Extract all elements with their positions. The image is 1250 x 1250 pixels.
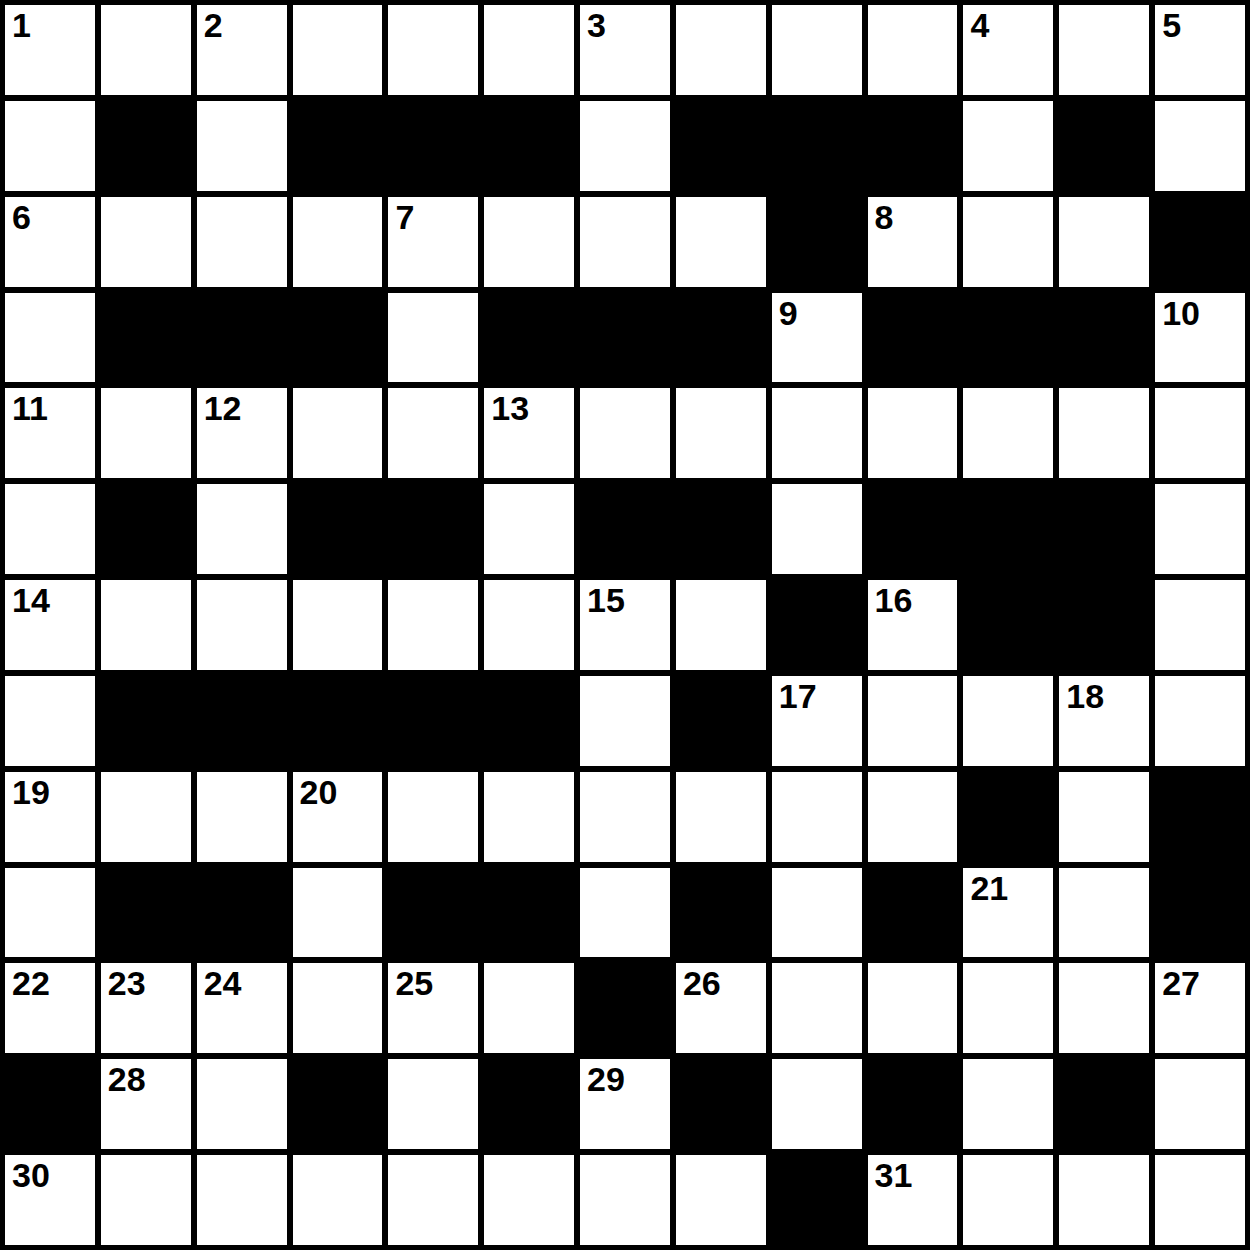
letter-cell-r5c1[interactable]: 11: [5, 388, 95, 478]
block-cell-r8c3: [197, 676, 287, 766]
block-cell-r4c10: [868, 293, 958, 383]
letter-cell-r13c6[interactable]: [484, 1155, 574, 1245]
block-cell-r4c12: [1059, 293, 1149, 383]
clue-number-6: 6: [12, 199, 31, 236]
letter-cell-r1c12[interactable]: [1059, 5, 1149, 95]
letter-cell-r5c6[interactable]: 13: [484, 388, 574, 478]
block-cell-r12c8: [676, 1059, 766, 1149]
letter-cell-r5c7[interactable]: [580, 388, 670, 478]
letter-cell-r9c3[interactable]: [197, 772, 287, 862]
letter-cell-r7c5[interactable]: [388, 580, 478, 670]
letter-cell-r6c9[interactable]: [772, 484, 862, 574]
block-cell-r9c13: [1155, 772, 1245, 862]
block-cell-r2c2: [101, 101, 191, 191]
block-cell-r12c10: [868, 1059, 958, 1149]
letter-cell-r10c9[interactable]: [772, 868, 862, 958]
letter-cell-r9c9[interactable]: [772, 772, 862, 862]
letter-cell-r2c7[interactable]: [580, 101, 670, 191]
letter-cell-r1c7[interactable]: 3: [580, 5, 670, 95]
letter-cell-r1c5[interactable]: [388, 5, 478, 95]
letter-cell-r13c5[interactable]: [388, 1155, 478, 1245]
letter-cell-r7c1[interactable]: 14: [5, 580, 95, 670]
block-cell-r6c10: [868, 484, 958, 574]
clue-number-19: 19: [12, 774, 50, 811]
clue-number-1: 1: [12, 7, 31, 44]
clue-number-9: 9: [779, 295, 798, 332]
block-cell-r10c3: [197, 868, 287, 958]
clue-number-23: 23: [108, 965, 146, 1002]
block-cell-r12c12: [1059, 1059, 1149, 1149]
letter-cell-r4c1[interactable]: [5, 293, 95, 383]
clue-number-18: 18: [1066, 678, 1104, 715]
block-cell-r11c7: [580, 963, 670, 1053]
clue-number-8: 8: [875, 199, 894, 236]
letter-cell-r1c2[interactable]: [101, 5, 191, 95]
letter-cell-r1c1[interactable]: 1: [5, 5, 95, 95]
letter-cell-r3c12[interactable]: [1059, 197, 1149, 287]
clue-number-20: 20: [300, 774, 338, 811]
block-cell-r2c6: [484, 101, 574, 191]
letter-cell-r4c5[interactable]: [388, 293, 478, 383]
clue-number-15: 15: [587, 582, 625, 619]
clue-number-27: 27: [1162, 965, 1200, 1002]
letter-cell-r13c4[interactable]: [293, 1155, 383, 1245]
block-cell-r7c9: [772, 580, 862, 670]
letter-cell-r3c5[interactable]: 7: [388, 197, 478, 287]
letter-cell-r5c11[interactable]: [963, 388, 1053, 478]
letter-cell-r10c7[interactable]: [580, 868, 670, 958]
block-cell-r2c12: [1059, 101, 1149, 191]
letter-cell-r13c13[interactable]: [1155, 1155, 1245, 1245]
letter-cell-r8c7[interactable]: [580, 676, 670, 766]
letter-cell-r12c11[interactable]: [963, 1059, 1053, 1149]
block-cell-r10c2: [101, 868, 191, 958]
block-cell-r10c5: [388, 868, 478, 958]
letter-cell-r3c2[interactable]: [101, 197, 191, 287]
letter-cell-r11c9[interactable]: [772, 963, 862, 1053]
letter-cell-r9c12[interactable]: [1059, 772, 1149, 862]
block-cell-r8c4: [293, 676, 383, 766]
letter-cell-r11c10[interactable]: [868, 963, 958, 1053]
letter-cell-r7c7[interactable]: 15: [580, 580, 670, 670]
letter-cell-r12c3[interactable]: [197, 1059, 287, 1149]
letter-cell-r1c10[interactable]: [868, 5, 958, 95]
letter-cell-r12c5[interactable]: [388, 1059, 478, 1149]
letter-cell-r6c13[interactable]: [1155, 484, 1245, 574]
letter-cell-r7c2[interactable]: [101, 580, 191, 670]
clue-number-25: 25: [395, 965, 433, 1002]
letter-cell-r13c7[interactable]: [580, 1155, 670, 1245]
letter-cell-r1c4[interactable]: [293, 5, 383, 95]
block-cell-r3c13: [1155, 197, 1245, 287]
block-cell-r8c5: [388, 676, 478, 766]
letter-cell-r9c2[interactable]: [101, 772, 191, 862]
letter-cell-r8c9[interactable]: 17: [772, 676, 862, 766]
letter-cell-r7c4[interactable]: [293, 580, 383, 670]
block-cell-r9c11: [963, 772, 1053, 862]
letter-cell-r13c3[interactable]: [197, 1155, 287, 1245]
letter-cell-r2c11[interactable]: [963, 101, 1053, 191]
clue-number-22: 22: [12, 965, 50, 1002]
letter-cell-r1c13[interactable]: 5: [1155, 5, 1245, 95]
letter-cell-r5c2[interactable]: [101, 388, 191, 478]
letter-cell-r7c8[interactable]: [676, 580, 766, 670]
letter-cell-r5c5[interactable]: [388, 388, 478, 478]
letter-cell-r9c7[interactable]: [580, 772, 670, 862]
letter-cell-r1c9[interactable]: [772, 5, 862, 95]
clue-number-14: 14: [12, 582, 50, 619]
block-cell-r6c11: [963, 484, 1053, 574]
letter-cell-r13c1[interactable]: 30: [5, 1155, 95, 1245]
clue-number-24: 24: [204, 965, 242, 1002]
letter-cell-r8c13[interactable]: [1155, 676, 1245, 766]
letter-cell-r3c8[interactable]: [676, 197, 766, 287]
letter-cell-r9c8[interactable]: [676, 772, 766, 862]
letter-cell-r8c10[interactable]: [868, 676, 958, 766]
block-cell-r8c8: [676, 676, 766, 766]
clue-number-7: 7: [395, 199, 414, 236]
block-cell-r7c12: [1059, 580, 1149, 670]
letter-cell-r10c4[interactable]: [293, 868, 383, 958]
letter-cell-r12c13[interactable]: [1155, 1059, 1245, 1149]
clue-number-4: 4: [970, 7, 989, 44]
block-cell-r4c3: [197, 293, 287, 383]
letter-cell-r11c8[interactable]: 26: [676, 963, 766, 1053]
letter-cell-r4c13[interactable]: 10: [1155, 293, 1245, 383]
letter-cell-r12c7[interactable]: 29: [580, 1059, 670, 1149]
block-cell-r2c9: [772, 101, 862, 191]
letter-cell-r7c3[interactable]: [197, 580, 287, 670]
letter-cell-r5c8[interactable]: [676, 388, 766, 478]
letter-cell-r1c3[interactable]: 2: [197, 5, 287, 95]
block-cell-r2c4: [293, 101, 383, 191]
letter-cell-r6c1[interactable]: [5, 484, 95, 574]
block-cell-r12c1: [5, 1059, 95, 1149]
letter-cell-r6c3[interactable]: [197, 484, 287, 574]
clue-number-11: 11: [12, 390, 48, 427]
clue-number-17: 17: [779, 678, 817, 715]
letter-cell-r3c10[interactable]: 8: [868, 197, 958, 287]
block-cell-r10c8: [676, 868, 766, 958]
letter-cell-r9c4[interactable]: 20: [293, 772, 383, 862]
block-cell-r8c6: [484, 676, 574, 766]
letter-cell-r5c10[interactable]: [868, 388, 958, 478]
block-cell-r10c13: [1155, 868, 1245, 958]
block-cell-r6c5: [388, 484, 478, 574]
letter-cell-r8c1[interactable]: [5, 676, 95, 766]
letter-cell-r10c11[interactable]: 21: [963, 868, 1053, 958]
crossword-board: 1234567891011121314151617181920212223242…: [0, 0, 1250, 1250]
clue-number-10: 10: [1162, 295, 1200, 332]
block-cell-r2c8: [676, 101, 766, 191]
letter-cell-r3c3[interactable]: [197, 197, 287, 287]
block-cell-r6c4: [293, 484, 383, 574]
letter-cell-r5c9[interactable]: [772, 388, 862, 478]
block-cell-r13c9: [772, 1155, 862, 1245]
block-cell-r8c2: [101, 676, 191, 766]
letter-cell-r2c1[interactable]: [5, 101, 95, 191]
clue-number-16: 16: [875, 582, 913, 619]
letter-cell-r3c6[interactable]: [484, 197, 574, 287]
block-cell-r6c12: [1059, 484, 1149, 574]
clue-number-3: 3: [587, 7, 606, 44]
letter-cell-r2c13[interactable]: [1155, 101, 1245, 191]
block-cell-r2c5: [388, 101, 478, 191]
clue-number-26: 26: [683, 965, 721, 1002]
letter-cell-r9c6[interactable]: [484, 772, 574, 862]
letter-cell-r7c10[interactable]: 16: [868, 580, 958, 670]
clue-number-13: 13: [491, 390, 529, 427]
letter-cell-r5c12[interactable]: [1059, 388, 1149, 478]
letter-cell-r11c4[interactable]: [293, 963, 383, 1053]
block-cell-r4c4: [293, 293, 383, 383]
letter-cell-r5c3[interactable]: 12: [197, 388, 287, 478]
letter-cell-r2c3[interactable]: [197, 101, 287, 191]
letter-cell-r11c12[interactable]: [1059, 963, 1149, 1053]
block-cell-r4c6: [484, 293, 574, 383]
letter-cell-r11c5[interactable]: 25: [388, 963, 478, 1053]
letter-cell-r11c6[interactable]: [484, 963, 574, 1053]
block-cell-r12c4: [293, 1059, 383, 1149]
clue-number-31: 31: [875, 1157, 913, 1194]
letter-cell-r9c10[interactable]: [868, 772, 958, 862]
letter-cell-r12c9[interactable]: [772, 1059, 862, 1149]
letter-cell-r11c13[interactable]: 27: [1155, 963, 1245, 1053]
letter-cell-r1c6[interactable]: [484, 5, 574, 95]
block-cell-r4c2: [101, 293, 191, 383]
letter-cell-r6c6[interactable]: [484, 484, 574, 574]
letter-cell-r9c1[interactable]: 19: [5, 772, 95, 862]
letter-cell-r3c11[interactable]: [963, 197, 1053, 287]
letter-cell-r4c9[interactable]: 9: [772, 293, 862, 383]
letter-cell-r11c11[interactable]: [963, 963, 1053, 1053]
letter-cell-r5c13[interactable]: [1155, 388, 1245, 478]
letter-cell-r13c11[interactable]: [963, 1155, 1053, 1245]
letter-cell-r1c8[interactable]: [676, 5, 766, 95]
letter-cell-r5c4[interactable]: [293, 388, 383, 478]
block-cell-r3c9: [772, 197, 862, 287]
letter-cell-r9c5[interactable]: [388, 772, 478, 862]
letter-cell-r13c2[interactable]: [101, 1155, 191, 1245]
letter-cell-r13c12[interactable]: [1059, 1155, 1149, 1245]
clue-number-28: 28: [108, 1061, 146, 1098]
letter-cell-r7c13[interactable]: [1155, 580, 1245, 670]
letter-cell-r8c11[interactable]: [963, 676, 1053, 766]
block-cell-r2c10: [868, 101, 958, 191]
block-cell-r10c6: [484, 868, 574, 958]
clue-number-21: 21: [970, 870, 1008, 907]
block-cell-r6c2: [101, 484, 191, 574]
block-cell-r6c8: [676, 484, 766, 574]
block-cell-r4c7: [580, 293, 670, 383]
block-cell-r6c7: [580, 484, 670, 574]
letter-cell-r12c2[interactable]: 28: [101, 1059, 191, 1149]
letter-cell-r3c7[interactable]: [580, 197, 670, 287]
block-cell-r4c11: [963, 293, 1053, 383]
letter-cell-r3c4[interactable]: [293, 197, 383, 287]
letter-cell-r10c12[interactable]: [1059, 868, 1149, 958]
letter-cell-r13c8[interactable]: [676, 1155, 766, 1245]
letter-cell-r11c2[interactable]: 23: [101, 963, 191, 1053]
block-cell-r4c8: [676, 293, 766, 383]
block-cell-r12c6: [484, 1059, 574, 1149]
letter-cell-r7c6[interactable]: [484, 580, 574, 670]
clue-number-12: 12: [204, 390, 242, 427]
letter-cell-r11c1[interactable]: 22: [5, 963, 95, 1053]
clue-number-30: 30: [12, 1157, 50, 1194]
clue-number-5: 5: [1162, 7, 1181, 44]
letter-cell-r11c3[interactable]: 24: [197, 963, 287, 1053]
letter-cell-r8c12[interactable]: 18: [1059, 676, 1149, 766]
block-cell-r10c10: [868, 868, 958, 958]
letter-cell-r3c1[interactable]: 6: [5, 197, 95, 287]
letter-cell-r13c10[interactable]: 31: [868, 1155, 958, 1245]
clue-number-29: 29: [587, 1061, 625, 1098]
block-cell-r7c11: [963, 580, 1053, 670]
letter-cell-r1c11[interactable]: 4: [963, 5, 1053, 95]
clue-number-2: 2: [204, 7, 223, 44]
letter-cell-r10c1[interactable]: [5, 868, 95, 958]
